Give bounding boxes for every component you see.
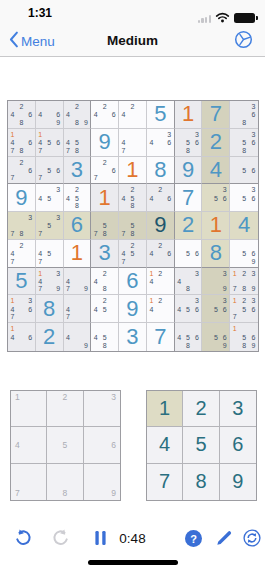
pencil-note: 5 <box>103 334 107 341</box>
sudoku-cell[interactable]: 248 <box>91 268 119 296</box>
pencil-note: 7 <box>11 258 15 265</box>
sudoku-cell[interactable]: 247 <box>8 240 36 268</box>
pencil-note: 6 <box>252 250 256 257</box>
pencil-note: 5 <box>47 194 51 201</box>
notes-pad-digit: 4 <box>15 441 20 448</box>
cell-value: 1 <box>126 159 138 181</box>
pencil-note: 1 <box>233 297 237 304</box>
sudoku-cell[interactable]: 4578 <box>64 129 92 157</box>
sudoku-cell[interactable]: 47 <box>64 295 92 323</box>
sudoku-cell[interactable]: 56 <box>175 240 203 268</box>
pencil-note: 4 <box>11 139 15 146</box>
pencil-note: 4 <box>38 278 42 285</box>
pencil-note: 1 <box>11 325 15 332</box>
sudoku-cell[interactable]: 15689 <box>230 323 258 351</box>
sudoku-cell[interactable]: 267 <box>91 157 119 185</box>
sudoku-cell[interactable]: 2489 <box>64 101 92 129</box>
sudoku-cell[interactable]: 457 <box>36 240 64 268</box>
pencil-mode-button[interactable] <box>215 529 233 547</box>
pencil-note: 2 <box>158 186 162 193</box>
pencil-note: 5 <box>47 139 51 146</box>
question-mark-icon: ? <box>190 533 197 545</box>
pencil-note: 5 <box>242 166 246 173</box>
pencil-note: 9 <box>56 119 60 126</box>
pencil-note: 6 <box>195 305 199 312</box>
pencil-note: 6 <box>28 111 32 118</box>
pencil-note: 2 <box>158 270 162 277</box>
pencil-note: 2 <box>19 159 23 166</box>
pencil-note: 2 <box>158 297 162 304</box>
sudoku-cell[interactable]: 13467 <box>8 295 36 323</box>
cell-value: 2 <box>182 214 194 236</box>
pencil-note: 6 <box>252 194 256 201</box>
notes-pad: 123456789 <box>10 390 121 501</box>
sudoku-cell[interactable]: 1 <box>91 184 119 212</box>
pencil-note: 3 <box>56 270 60 277</box>
pencil-note: 3 <box>252 131 256 138</box>
pencil-note: 7 <box>94 174 98 181</box>
pencil-note: 8 <box>103 230 107 237</box>
pencil-note: 2 <box>131 242 135 249</box>
pencil-note: 4 <box>177 278 181 285</box>
wifi-icon <box>215 9 230 27</box>
pencil-note: 3 <box>252 186 256 193</box>
sudoku-cell[interactable]: 5 <box>8 268 36 296</box>
notes-pad-digit: 6 <box>111 441 116 448</box>
pencil-note: 8 <box>19 230 23 237</box>
pencil-note: 6 <box>252 139 256 146</box>
notes-pad-digit: 2 <box>63 394 68 401</box>
pencil-note: 4 <box>149 305 153 312</box>
pencil-note: 6 <box>167 250 171 257</box>
sudoku-cell[interactable]: 458 <box>91 323 119 351</box>
sudoku-cell[interactable]: 24 <box>119 101 147 129</box>
pencil-note: 6 <box>195 250 199 257</box>
bottom-toolbar: 0:48 ? <box>0 528 265 550</box>
sudoku-cell[interactable]: 47 <box>119 129 147 157</box>
pencil-note: 5 <box>47 250 51 257</box>
pencil-note: 5 <box>242 334 246 341</box>
pencil-note: 7 <box>94 230 98 237</box>
pencil-note: 8 <box>103 285 107 292</box>
pencil-note: 7 <box>66 285 70 292</box>
pencil-note: 7 <box>66 147 70 154</box>
sudoku-cell[interactable]: 7 <box>202 101 230 129</box>
pencil-note: 8 <box>131 202 135 209</box>
picker-digit-2[interactable]: 2 <box>183 391 219 427</box>
sudoku-cell[interactable]: 14567 <box>36 129 64 157</box>
pencil-note: 4 <box>38 194 42 201</box>
pencil-note: 7 <box>122 147 126 154</box>
pencil-note: 6 <box>167 194 171 201</box>
notes-pad-digit: 5 <box>63 441 68 448</box>
sudoku-cell[interactable]: 378 <box>8 212 36 240</box>
pencil-note: 5 <box>186 139 190 146</box>
pencil-note: 5 <box>47 222 51 229</box>
sudoku-cell[interactable]: 123789 <box>230 268 258 296</box>
cell-value: 8 <box>210 242 222 264</box>
sudoku-cell[interactable]: 2468 <box>8 101 36 129</box>
pencil-note: 4 <box>66 278 70 285</box>
pencil-note: 8 <box>186 285 190 292</box>
pencil-note: 4 <box>149 250 153 257</box>
sudoku-cell[interactable]: 3568 <box>230 129 258 157</box>
picker-digit-3[interactable]: 3 <box>220 391 256 427</box>
sudoku-cell[interactable]: 356 <box>230 184 258 212</box>
sudoku-cell[interactable]: 246 <box>147 184 175 212</box>
pencil-note: 6 <box>167 139 171 146</box>
pencil-note: 1 <box>11 297 15 304</box>
pencil-note: 2 <box>158 242 162 249</box>
pencil-note: 5 <box>131 222 135 229</box>
sudoku-cell[interactable]: 567 <box>36 157 64 185</box>
pencil-note: 4 <box>66 194 70 201</box>
pencil-note: 4 <box>122 250 126 257</box>
pencil-note: 2 <box>131 103 135 110</box>
page-title: Medium <box>0 33 265 48</box>
pencil-note: 7 <box>233 313 237 320</box>
pencil-note: 4 <box>38 250 42 257</box>
sudoku-cell[interactable]: 8 <box>202 240 230 268</box>
pencil-note: 9 <box>84 285 88 292</box>
pencil-icon <box>215 529 233 547</box>
pencil-note: 2 <box>103 159 107 166</box>
sudoku-cell[interactable]: 267 <box>8 157 36 185</box>
pencil-note: 6 <box>28 166 32 173</box>
pencil-note: 5 <box>214 334 218 341</box>
pencil-note: 6 <box>252 305 256 312</box>
cell-value: 6 <box>71 214 83 236</box>
cell-value: 1 <box>182 103 194 125</box>
pencil-note: 3 <box>252 297 256 304</box>
pencil-note: 4 <box>38 139 42 146</box>
pencil-note: 1 <box>233 270 237 277</box>
sudoku-cell[interactable]: 3 <box>91 240 119 268</box>
cell-value: 1 <box>71 242 83 264</box>
sudoku-cell[interactable]: 14678 <box>8 129 36 157</box>
notes-pad-cell[interactable]: 7 <box>11 464 47 500</box>
sudoku-cell[interactable]: 1 <box>64 240 92 268</box>
picker-digit-1[interactable]: 1 <box>147 391 183 427</box>
sudoku-cell[interactable]: 1 <box>119 157 147 185</box>
pencil-note: 3 <box>195 131 199 138</box>
cell-value: 9 <box>182 159 194 181</box>
pencil-note: 6 <box>56 166 60 173</box>
home-indicator[interactable] <box>88 560 178 565</box>
sudoku-cell[interactable]: 5 <box>147 101 175 129</box>
pencil-note: 5 <box>75 194 79 201</box>
pencil-note: 5 <box>103 222 107 229</box>
sudoku-cell[interactable]: 346 <box>147 129 175 157</box>
sudoku-cell[interactable]: 2 <box>36 323 64 351</box>
notes-pad-cell[interactable]: 4 <box>11 427 47 463</box>
pencil-note: 4 <box>66 305 70 312</box>
pencil-note: 4 <box>122 194 126 201</box>
pencil-note: 5 <box>186 250 190 257</box>
sudoku-cell[interactable]: 246 <box>147 240 175 268</box>
pencil-note: 4 <box>149 194 153 201</box>
number-picker: 123456789 <box>146 390 257 501</box>
pencil-note: 3 <box>252 103 256 110</box>
pencil-note: 1 <box>38 270 42 277</box>
pencil-note: 9 <box>252 342 256 349</box>
sudoku-cell[interactable]: 9 <box>91 129 119 157</box>
pencil-note: 2 <box>19 242 23 249</box>
pencil-note: 6 <box>28 139 32 146</box>
pencil-note: 4 <box>94 278 98 285</box>
pencil-note: 4 <box>66 334 70 341</box>
sudoku-cell[interactable]: 356 <box>202 295 230 323</box>
cell-value: 3 <box>71 159 83 181</box>
cell-value: 1 <box>210 214 222 236</box>
cell-value: 1 <box>99 187 111 209</box>
help-button[interactable]: ? <box>185 530 202 547</box>
pencil-note: 4 <box>149 139 153 146</box>
cell-value: 3 <box>126 326 138 348</box>
pencil-note: 5 <box>131 194 135 201</box>
cell-value: 4 <box>238 214 250 236</box>
pencil-note: 4 <box>177 334 181 341</box>
sudoku-cell[interactable]: 578 <box>91 212 119 240</box>
pencil-note: 7 <box>38 230 42 237</box>
notes-pad-cell[interactable]: 3 <box>84 391 120 427</box>
pencil-note: 2 <box>75 103 79 110</box>
sudoku-cell[interactable]: 2458 <box>119 184 147 212</box>
sudoku-cell[interactable]: 569 <box>230 240 258 268</box>
pencil-note: 4 <box>66 111 70 118</box>
sudoku-cell[interactable]: 8 <box>147 157 175 185</box>
pencil-note: 7 <box>11 313 15 320</box>
sudoku-cell[interactable]: 7 <box>147 323 175 351</box>
notes-pad-digit: 8 <box>63 490 68 497</box>
sudoku-cell[interactable]: 479 <box>64 268 92 296</box>
sudoku-cell[interactable]: 4568 <box>175 323 203 351</box>
sudoku-cell[interactable]: 6 <box>119 268 147 296</box>
picker-digit-6[interactable]: 6 <box>220 427 256 463</box>
picker-digit-9[interactable]: 9 <box>220 464 256 500</box>
cell-value: 9 <box>99 131 111 153</box>
pencil-note: 4 <box>11 250 15 257</box>
sudoku-cell[interactable]: 356 <box>202 184 230 212</box>
sudoku-cell[interactable]: 9 <box>147 212 175 240</box>
pencil-note: 1 <box>149 270 153 277</box>
pencil-note: 1 <box>233 325 237 332</box>
cell-value: 7 <box>210 103 222 125</box>
sudoku-cell[interactable]: 13479 <box>36 268 64 296</box>
cell-value: 9 <box>15 187 27 209</box>
refresh-circle-icon <box>243 529 261 547</box>
pencil-note: 8 <box>242 119 246 126</box>
picker-digit-5[interactable]: 5 <box>183 427 219 463</box>
sudoku-cell[interactable]: 3 <box>64 157 92 185</box>
pencil-note: 2 <box>103 297 107 304</box>
pencil-note: 5 <box>214 305 218 312</box>
cell-value: 9 <box>126 298 138 320</box>
pencil-note: 9 <box>223 285 227 292</box>
cellular-signal-icon <box>198 14 211 23</box>
pencil-note: 8 <box>242 342 246 349</box>
pencil-note: 4 <box>122 111 126 118</box>
notes-pad-digit: 7 <box>15 490 20 497</box>
sudoku-cell[interactable]: 124 <box>147 295 175 323</box>
sudoku-cell[interactable]: 123567 <box>230 295 258 323</box>
pencil-note: 2 <box>131 186 135 193</box>
pencil-note: 4 <box>94 111 98 118</box>
sudoku-board: 2468469248924624517368146781456745789473… <box>7 100 259 352</box>
sudoku-cell[interactable]: 146 <box>8 323 36 351</box>
pencil-note: 6 <box>223 305 227 312</box>
pencil-note: 5 <box>242 194 246 201</box>
pencil-note: 6 <box>112 111 116 118</box>
picker-digit-7[interactable]: 7 <box>147 464 183 500</box>
cell-value: 2 <box>43 326 55 348</box>
picker-digit-4[interactable]: 4 <box>147 427 183 463</box>
pencil-note: 8 <box>75 147 79 154</box>
pencil-note: 9 <box>223 342 227 349</box>
sudoku-cell[interactable]: 469 <box>36 101 64 129</box>
notes-pad-cell[interactable]: 1 <box>11 391 47 427</box>
pencil-note: 5 <box>131 250 135 257</box>
status-icons <box>198 9 255 27</box>
sudoku-cell[interactable]: 8 <box>36 295 64 323</box>
notes-pad-cell[interactable]: 5 <box>47 427 83 463</box>
pencil-note: 6 <box>56 139 60 146</box>
notes-pad-digit: 9 <box>111 490 116 497</box>
pencil-note: 7 <box>38 147 42 154</box>
sudoku-cell[interactable]: 246 <box>91 101 119 129</box>
sudoku-cell[interactable]: 39 <box>202 268 230 296</box>
pencil-note: 8 <box>19 147 23 154</box>
notes-pad-cell[interactable]: 2 <box>47 391 83 427</box>
cell-value: 8 <box>154 159 166 181</box>
pencil-note: 6 <box>28 334 32 341</box>
cell-value: 3 <box>99 242 111 264</box>
pencil-note: 9 <box>56 285 60 292</box>
pencil-note: 6 <box>28 305 32 312</box>
sudoku-cell[interactable]: 124 <box>147 268 175 296</box>
sudoku-cell[interactable]: 3568 <box>175 129 203 157</box>
sudoku-cell[interactable]: 9 <box>175 157 203 185</box>
cell-value: 5 <box>154 103 166 125</box>
sudoku-cell[interactable]: 49 <box>64 323 92 351</box>
notes-pad-digit: 1 <box>15 394 20 401</box>
pencil-note: 7 <box>233 285 237 292</box>
notes-pad-cell[interactable]: 9 <box>84 464 120 500</box>
sudoku-cell[interactable]: 245 <box>91 295 119 323</box>
pencil-note: 1 <box>38 131 42 138</box>
pencil-note: 2 <box>242 297 246 304</box>
sudoku-cell[interactable]: 9 <box>8 184 36 212</box>
sudoku-cell[interactable]: 368 <box>230 101 258 129</box>
sudoku-cell[interactable]: 2 <box>175 212 203 240</box>
sudoku-cell[interactable]: 4 <box>230 212 258 240</box>
pencil-note: 2 <box>103 103 107 110</box>
pencil-note: 3 <box>195 270 199 277</box>
sudoku-cell[interactable]: 7 <box>175 184 203 212</box>
stats-button[interactable] <box>234 30 253 49</box>
pencil-note: 8 <box>75 119 79 126</box>
pencil-note: 1 <box>149 297 153 304</box>
sudoku-cell[interactable]: 9 <box>119 295 147 323</box>
sudoku-cell[interactable]: 56 <box>230 157 258 185</box>
cell-value: 7 <box>154 326 166 348</box>
pencil-note: 5 <box>186 305 190 312</box>
pencil-note: 3 <box>56 214 60 221</box>
pencil-note: 7 <box>11 147 15 154</box>
pencil-note: 7 <box>122 230 126 237</box>
pencil-note: 6 <box>252 166 256 173</box>
pencil-note: 5 <box>47 166 51 173</box>
pencil-note: 8 <box>186 342 190 349</box>
sudoku-cell[interactable]: 578 <box>119 212 147 240</box>
sudoku-cell[interactable]: 1 <box>175 101 203 129</box>
pencil-note: 8 <box>242 147 246 154</box>
picker-digit-8[interactable]: 8 <box>183 464 219 500</box>
sudoku-cell[interactable]: 2458 <box>64 184 92 212</box>
sudoku-cell[interactable]: 4 <box>202 157 230 185</box>
pencil-note: 6 <box>56 111 60 118</box>
sudoku-cell[interactable]: 357 <box>36 212 64 240</box>
sudoku-cell[interactable]: 1 <box>202 212 230 240</box>
pencil-note: 7 <box>122 258 126 265</box>
restart-button[interactable] <box>243 529 261 547</box>
sudoku-cell[interactable]: 2457 <box>119 240 147 268</box>
pencil-note: 5 <box>75 139 79 146</box>
sudoku-cell[interactable]: 3456 <box>175 295 203 323</box>
pencil-note: 4 <box>11 334 15 341</box>
pencil-note: 6 <box>252 334 256 341</box>
pencil-note: 8 <box>242 285 246 292</box>
gauge-icon <box>234 30 253 49</box>
pencil-note: 8 <box>19 119 23 126</box>
cell-value: 7 <box>182 187 194 209</box>
pencil-note: 7 <box>66 313 70 320</box>
notes-pad-cell[interactable]: 6 <box>84 427 120 463</box>
sudoku-cell[interactable]: 3 <box>119 323 147 351</box>
pencil-note: 3 <box>167 131 171 138</box>
pencil-note: 3 <box>223 270 227 277</box>
cell-value: 8 <box>43 298 55 320</box>
sudoku-cell[interactable]: 345 <box>36 184 64 212</box>
pencil-note: 3 <box>28 297 32 304</box>
sudoku-cell[interactable]: 2 <box>202 129 230 157</box>
cell-value: 4 <box>210 159 222 181</box>
sudoku-cell[interactable]: 348 <box>175 268 203 296</box>
pencil-note: 4 <box>11 305 15 312</box>
sudoku-cell[interactable]: 6 <box>64 212 92 240</box>
pencil-note: 6 <box>195 139 199 146</box>
pencil-note: 6 <box>195 334 199 341</box>
pencil-note: 1 <box>11 131 15 138</box>
pencil-note: 9 <box>252 258 256 265</box>
pencil-note: 3 <box>28 214 32 221</box>
pencil-note: 5 <box>242 250 246 257</box>
pencil-note: 3 <box>252 270 256 277</box>
pencil-note: 3 <box>195 297 199 304</box>
pencil-note: 6 <box>112 166 116 173</box>
pencil-note: 7 <box>38 285 42 292</box>
pencil-note: 8 <box>186 147 190 154</box>
pencil-note: 7 <box>38 258 42 265</box>
pencil-note: 4 <box>66 139 70 146</box>
notes-pad-cell[interactable]: 8 <box>47 464 83 500</box>
pencil-note: 4 <box>94 305 98 312</box>
pencil-note: 7 <box>11 230 15 237</box>
pencil-note: 5 <box>242 139 246 146</box>
cell-value: 9 <box>154 214 166 236</box>
pencil-note: 2 <box>103 270 107 277</box>
sudoku-cell[interactable]: 569 <box>202 323 230 351</box>
